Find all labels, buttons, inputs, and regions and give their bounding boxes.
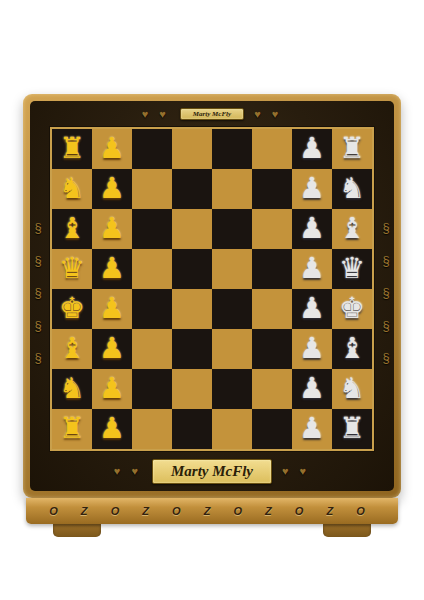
gold-pawn-piece[interactable]: ♟ <box>99 174 125 203</box>
board-square[interactable] <box>172 209 212 249</box>
silver-pawn-piece[interactable]: ♟ <box>299 214 325 243</box>
silver-pawn-piece[interactable]: ♟ <box>299 134 325 163</box>
board-square[interactable]: ♜ <box>52 129 92 169</box>
gold-knight-piece[interactable]: ♞ <box>59 174 85 203</box>
silver-rook-piece[interactable]: ♜ <box>339 134 365 163</box>
board-square[interactable] <box>172 249 212 289</box>
frame-bottom-band: ♥ ♥ Marty McFly ♥ ♥ <box>45 451 379 491</box>
board-square[interactable]: ♞ <box>332 169 372 209</box>
silver-bishop-piece[interactable]: ♝ <box>339 334 365 363</box>
board-square[interactable]: ♟ <box>92 329 132 369</box>
board-square[interactable]: ♞ <box>52 169 92 209</box>
board-square[interactable] <box>212 289 252 329</box>
gold-king-piece[interactable]: ♚ <box>59 294 85 323</box>
chess-board: ♜♟♟♜♞♟♟♞♝♟♟♝♛♟♟♛♚♟♟♚♝♟♟♝♞♟♟♞♜♟♟♜ <box>50 127 374 451</box>
scroll-carving-icon: § § § § § <box>31 148 45 444</box>
board-square[interactable] <box>252 169 292 209</box>
silver-knight-piece[interactable]: ♞ <box>339 374 365 403</box>
board-square[interactable] <box>212 249 252 289</box>
board-square[interactable] <box>172 169 212 209</box>
wooden-frame: § § § § § § § § § § ♥ ♥ Marty McFly ♥ ♥ … <box>23 94 401 498</box>
board-square[interactable] <box>252 329 292 369</box>
board-square[interactable]: ♟ <box>292 409 332 449</box>
board-square[interactable] <box>132 369 172 409</box>
frame-top-band: ♥ ♥ Marty McFly ♥ ♥ <box>45 101 379 127</box>
board-square[interactable] <box>212 129 252 169</box>
gold-pawn-piece[interactable]: ♟ <box>99 254 125 283</box>
silver-knight-piece[interactable]: ♞ <box>339 174 365 203</box>
board-square[interactable] <box>172 289 212 329</box>
board-square[interactable]: ♜ <box>332 129 372 169</box>
carved-front-rail: O Z O Z O Z O Z O Z O <box>26 498 398 524</box>
leaf-carving-icon: ♥ ♥ <box>254 108 282 120</box>
gold-pawn-piece[interactable]: ♟ <box>99 294 125 323</box>
board-square[interactable]: ♛ <box>332 249 372 289</box>
board-square[interactable]: ♟ <box>92 369 132 409</box>
board-square[interactable] <box>132 409 172 449</box>
board-square[interactable]: ♟ <box>292 169 332 209</box>
feet-row <box>23 524 401 537</box>
far-nameplate: Marty McFly <box>180 108 244 120</box>
board-square[interactable] <box>172 329 212 369</box>
silver-queen-piece[interactable]: ♛ <box>339 254 365 283</box>
board-square[interactable]: ♚ <box>52 289 92 329</box>
board-square[interactable]: ♟ <box>92 409 132 449</box>
silver-bishop-piece[interactable]: ♝ <box>339 214 365 243</box>
board-square[interactable]: ♞ <box>52 369 92 409</box>
gold-pawn-piece[interactable]: ♟ <box>99 134 125 163</box>
gold-pawn-piece[interactable]: ♟ <box>99 414 125 443</box>
board-square[interactable]: ♟ <box>292 249 332 289</box>
board-square[interactable]: ♟ <box>92 249 132 289</box>
leaf-carving-icon: ♥ ♥ <box>114 465 142 477</box>
gold-pawn-piece[interactable]: ♟ <box>99 214 125 243</box>
scroll-carving-icon: § § § § § <box>379 148 393 444</box>
board-square[interactable]: ♜ <box>52 409 92 449</box>
board-square[interactable]: ♛ <box>52 249 92 289</box>
board-square[interactable]: ♝ <box>52 329 92 369</box>
silver-pawn-piece[interactable]: ♟ <box>299 174 325 203</box>
leaf-carving-icon: ♥ ♥ <box>142 108 170 120</box>
left-foot <box>53 524 101 537</box>
board-square[interactable]: ♟ <box>292 209 332 249</box>
board-square[interactable] <box>132 289 172 329</box>
board-square[interactable] <box>132 169 172 209</box>
board-square[interactable]: ♝ <box>332 209 372 249</box>
board-square[interactable] <box>212 209 252 249</box>
board-square[interactable] <box>212 369 252 409</box>
board-square[interactable] <box>212 169 252 209</box>
silver-rook-piece[interactable]: ♜ <box>339 414 365 443</box>
board-square[interactable] <box>252 369 292 409</box>
silver-pawn-piece[interactable]: ♟ <box>299 294 325 323</box>
gold-pawn-piece[interactable]: ♟ <box>99 334 125 363</box>
far-nameplate-text: Marty McFly <box>193 110 231 118</box>
board-square[interactable] <box>212 409 252 449</box>
board-square[interactable]: ♞ <box>332 369 372 409</box>
leaf-carving-icon: ♥ ♥ <box>282 465 310 477</box>
board-square[interactable]: ♟ <box>92 209 132 249</box>
gold-bishop-piece[interactable]: ♝ <box>59 214 85 243</box>
silver-pawn-piece[interactable]: ♟ <box>299 334 325 363</box>
board-square[interactable] <box>252 209 292 249</box>
silver-pawn-piece[interactable]: ♟ <box>299 414 325 443</box>
board-square[interactable]: ♟ <box>92 169 132 209</box>
rail-pattern-text: O Z O Z O Z O Z O Z O <box>49 505 375 517</box>
board-square[interactable] <box>172 369 212 409</box>
board-square[interactable]: ♟ <box>292 329 332 369</box>
gold-knight-piece[interactable]: ♞ <box>59 374 85 403</box>
board-square[interactable] <box>252 289 292 329</box>
silver-pawn-piece[interactable]: ♟ <box>299 374 325 403</box>
carved-border: § § § § § § § § § § ♥ ♥ Marty McFly ♥ ♥ … <box>30 101 394 491</box>
chess-set: § § § § § § § § § § ♥ ♥ Marty McFly ♥ ♥ … <box>23 94 401 537</box>
gold-rook-piece[interactable]: ♜ <box>59 414 85 443</box>
silver-pawn-piece[interactable]: ♟ <box>299 254 325 283</box>
gold-pawn-piece[interactable]: ♟ <box>99 374 125 403</box>
board-square[interactable]: ♟ <box>92 129 132 169</box>
owner-nameplate-text: Marty McFly <box>171 463 253 479</box>
board-square[interactable] <box>132 129 172 169</box>
board-square[interactable] <box>252 409 292 449</box>
board-square[interactable] <box>172 409 212 449</box>
gold-rook-piece[interactable]: ♜ <box>59 134 85 163</box>
board-square[interactable] <box>212 329 252 369</box>
gold-queen-piece[interactable]: ♛ <box>59 254 85 283</box>
board-square[interactable] <box>132 209 172 249</box>
board-square[interactable]: ♟ <box>292 289 332 329</box>
board-square[interactable] <box>132 249 172 289</box>
right-foot <box>323 524 371 537</box>
board-square[interactable]: ♟ <box>292 129 332 169</box>
board-square[interactable] <box>172 129 212 169</box>
gold-bishop-piece[interactable]: ♝ <box>59 334 85 363</box>
board-square[interactable]: ♝ <box>332 329 372 369</box>
silver-king-piece[interactable]: ♚ <box>339 294 365 323</box>
owner-nameplate: Marty McFly <box>152 459 272 484</box>
board-square[interactable]: ♝ <box>52 209 92 249</box>
board-square[interactable]: ♟ <box>292 369 332 409</box>
board-square[interactable] <box>252 129 292 169</box>
board-square[interactable] <box>252 249 292 289</box>
board-square[interactable]: ♜ <box>332 409 372 449</box>
board-square[interactable] <box>132 329 172 369</box>
board-square[interactable]: ♚ <box>332 289 372 329</box>
board-square[interactable]: ♟ <box>92 289 132 329</box>
